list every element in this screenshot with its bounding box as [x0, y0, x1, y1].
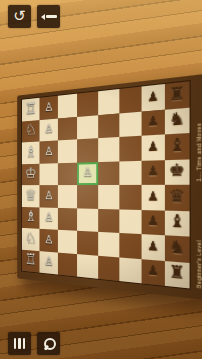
square-g4[interactable] [77, 115, 97, 140]
square-g1[interactable]: ♘ [22, 120, 40, 143]
piece-wP-a2: ♙ [44, 255, 53, 267]
magnifier-icon [43, 338, 54, 349]
square-h3[interactable] [58, 94, 77, 118]
square-d6[interactable] [119, 185, 141, 210]
piece-wP-h2: ♙ [44, 101, 53, 113]
square-b5[interactable] [98, 232, 119, 257]
piece-bP-f7: ♟ [147, 140, 158, 153]
square-f1[interactable]: ♗ [22, 141, 40, 163]
piece-bP-b7: ♟ [147, 239, 158, 252]
square-e5[interactable] [98, 161, 119, 185]
square-d1[interactable]: ♕ [22, 185, 40, 207]
square-a2[interactable]: ♙ [40, 251, 58, 275]
square-g3[interactable] [58, 116, 77, 140]
piece-wP-c2: ♙ [44, 212, 53, 224]
piece-wB-c1: ♗ [25, 209, 36, 224]
square-b8[interactable]: ♞ [165, 235, 190, 262]
square-c5[interactable] [98, 208, 119, 233]
piece-wK-e1: ♔ [25, 166, 36, 181]
piece-bP-a7: ♟ [147, 264, 158, 278]
menu-button[interactable] [8, 332, 31, 355]
square-a3[interactable] [58, 252, 77, 276]
piece-bK-e8: ♚ [169, 162, 185, 180]
piece-wP-b2: ♙ [44, 234, 53, 246]
piece-bR-h8: ♜ [169, 85, 185, 104]
undo-button[interactable]: ↺ [8, 5, 31, 28]
square-f5[interactable] [98, 137, 119, 162]
square-a4[interactable] [77, 254, 97, 279]
piece-wP-g2: ♙ [44, 123, 53, 135]
piece-bB-f8: ♝ [169, 136, 185, 154]
square-c6[interactable] [119, 209, 141, 234]
square-e4[interactable]: ♙ [77, 162, 97, 185]
piece-wR-h1: ♖ [25, 101, 36, 117]
square-h6[interactable] [119, 87, 141, 113]
square-g7[interactable]: ♟ [141, 109, 164, 136]
piece-bP-e7: ♟ [147, 165, 158, 178]
piece-wP-f2: ♙ [44, 145, 53, 157]
square-c3[interactable] [58, 207, 77, 230]
square-h7[interactable]: ♟ [141, 84, 164, 111]
square-c4[interactable] [77, 208, 97, 232]
square-d5[interactable] [98, 185, 119, 209]
square-d7[interactable]: ♟ [141, 185, 164, 210]
square-g8[interactable]: ♞ [165, 107, 190, 134]
level-label: Beginner's Level [195, 195, 202, 289]
square-c8[interactable]: ♝ [165, 210, 190, 236]
piece-wB-f1: ♗ [25, 144, 36, 159]
piece-bQ-d8: ♛ [169, 188, 185, 206]
three-bars-icon [14, 338, 26, 349]
zoom-button[interactable] [37, 332, 60, 355]
square-h5[interactable] [98, 89, 119, 115]
board-frame: ♖♙♟♜♘♙♟♞♗♙♟♝♔♙♟♚♕♙♟♛♗♙♟♝♘♙♟♞♖♙♟♜ 1... Ti… [17, 74, 202, 300]
square-e7[interactable]: ♟ [141, 160, 164, 185]
chess-app-screen: ↺ ♖♙♟♜♘♙♟♞♗♙♟♝♔♙♟♚♕♙♟♛♗♙♟♝♘♙♟♞♖♙♟♜ 1... … [0, 0, 202, 359]
square-b7[interactable]: ♟ [141, 234, 164, 260]
piece-wQ-d1: ♕ [25, 188, 36, 203]
chess-board-grid: ♖♙♟♜♘♙♟♞♗♙♟♝♔♙♟♚♕♙♟♛♗♙♟♝♘♙♟♞♖♙♟♜ [22, 81, 190, 288]
piece-wR-a1: ♖ [25, 252, 36, 268]
square-f7[interactable]: ♟ [141, 134, 164, 160]
square-d4[interactable] [77, 185, 97, 208]
square-e3[interactable] [58, 162, 77, 185]
square-a1[interactable]: ♖ [22, 249, 40, 272]
square-e6[interactable] [119, 160, 141, 185]
square-f2[interactable]: ♙ [40, 140, 58, 163]
square-b6[interactable] [119, 233, 141, 259]
square-d2[interactable]: ♙ [40, 185, 58, 207]
piece-wN-b1: ♘ [25, 231, 36, 246]
square-f6[interactable] [119, 136, 141, 161]
piece-wP-d2: ♙ [44, 190, 53, 201]
undo-arrow-icon: ↺ [13, 9, 26, 24]
piece-bR-a8: ♜ [169, 264, 185, 283]
square-d8[interactable]: ♛ [165, 185, 190, 211]
square-h8[interactable]: ♜ [165, 81, 190, 109]
piece-bP-c7: ♟ [147, 215, 158, 228]
square-f3[interactable] [58, 139, 77, 162]
piece-bP-d7: ♟ [147, 190, 158, 203]
square-f8[interactable]: ♝ [165, 133, 190, 160]
square-h4[interactable] [77, 91, 97, 116]
square-b4[interactable] [77, 231, 97, 255]
square-g5[interactable] [98, 113, 119, 138]
piece-wP-e4: ♙ [83, 166, 93, 178]
square-b1[interactable]: ♘ [22, 228, 40, 251]
square-a8[interactable]: ♜ [165, 261, 190, 289]
piece-wN-g1: ♘ [25, 122, 36, 138]
piece-bN-b8: ♞ [169, 238, 185, 256]
minimize-button[interactable] [37, 5, 60, 28]
square-b3[interactable] [58, 230, 77, 254]
square-e2[interactable] [40, 163, 58, 185]
chess-board-3d: ♖♙♟♜♘♙♟♞♗♙♟♝♔♙♟♚♕♙♟♛♗♙♟♝♘♙♟♞♖♙♟♜ 1... Ti… [17, 74, 202, 300]
piece-bN-g8: ♞ [169, 111, 185, 130]
square-a7[interactable]: ♟ [141, 259, 164, 286]
move-status-label: 1... Time and Moves [195, 88, 202, 182]
square-h1[interactable]: ♖ [22, 98, 40, 121]
square-f4[interactable] [77, 138, 97, 162]
dash-icon [41, 14, 57, 20]
square-a6[interactable] [119, 257, 141, 283]
square-b2[interactable]: ♙ [40, 229, 58, 252]
piece-bP-h7: ♟ [147, 90, 158, 104]
square-e8[interactable]: ♚ [165, 159, 190, 185]
square-g6[interactable] [119, 111, 141, 137]
square-d3[interactable] [58, 185, 77, 208]
square-g2[interactable]: ♙ [40, 118, 58, 141]
square-a5[interactable] [98, 255, 119, 281]
piece-bB-c8: ♝ [169, 213, 185, 231]
piece-bP-g7: ♟ [147, 115, 158, 129]
square-c2[interactable]: ♙ [40, 207, 58, 230]
square-c7[interactable]: ♟ [141, 209, 164, 235]
square-c1[interactable]: ♗ [22, 207, 40, 229]
square-e1[interactable]: ♔ [22, 163, 40, 185]
square-h2[interactable]: ♙ [40, 96, 58, 120]
